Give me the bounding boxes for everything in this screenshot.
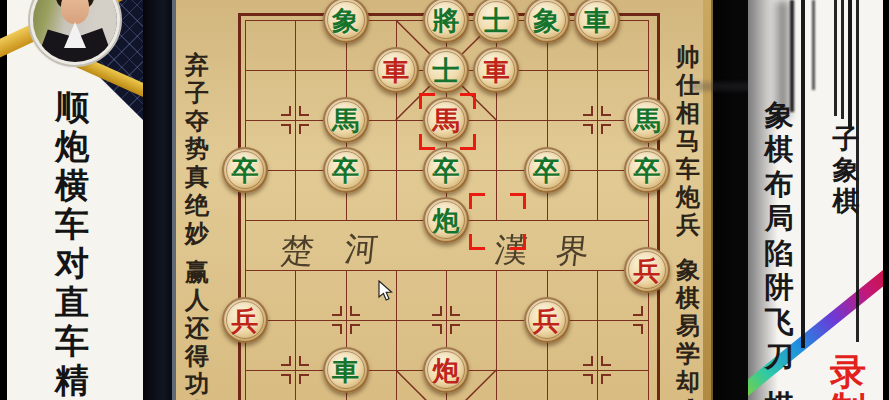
piece-象-f2r0[interactable]: 象 bbox=[323, 0, 369, 43]
selection-target bbox=[419, 134, 435, 150]
board-caption-left-1: 弃子夺势真绝妙 bbox=[180, 51, 214, 247]
piece-兵-f6r6[interactable]: 兵 bbox=[524, 297, 570, 343]
point-mark bbox=[350, 306, 360, 316]
board-caption-left-2-char: 赢 bbox=[180, 258, 214, 286]
point-mark bbox=[601, 374, 611, 384]
board-caption-right-2-char: 难 bbox=[671, 396, 705, 400]
point-mark bbox=[350, 324, 360, 334]
piece-炮-f4r4[interactable]: 炮 bbox=[423, 197, 469, 243]
right-banner-title-char: 象 bbox=[760, 98, 799, 133]
right-banner-subtitle-char: 棋 bbox=[828, 185, 865, 216]
right-banner-subtitle-char: 子 bbox=[828, 123, 865, 154]
piece-象-f6r0[interactable]: 象 bbox=[524, 0, 570, 43]
point-mark bbox=[299, 106, 309, 116]
right-banner-title-char: 刀 bbox=[760, 339, 799, 374]
board-caption-left-1-char: 夺 bbox=[180, 107, 214, 135]
point-mark bbox=[332, 324, 342, 334]
board-caption-left-2-char: 还 bbox=[180, 314, 214, 342]
right-banner-subtitle: 子象棋 bbox=[828, 123, 865, 216]
piece-兵-f8r5[interactable]: 兵 bbox=[624, 247, 670, 293]
right-banner-title-char: 阱 bbox=[760, 270, 799, 305]
point-mark bbox=[299, 374, 309, 384]
left-banner-title: 顺炮横车对直车精 bbox=[50, 88, 94, 400]
right-banner-title-char: 陷 bbox=[760, 236, 799, 271]
avatar-face bbox=[61, 0, 89, 24]
right-banner-title-char: 布 bbox=[760, 167, 799, 202]
board-caption-right-1-char: 炮 bbox=[671, 183, 705, 211]
point-mark bbox=[583, 106, 593, 116]
selection-origin bbox=[469, 234, 485, 250]
point-mark bbox=[450, 324, 460, 334]
board-caption-right-1: 帅仕相马车炮兵 bbox=[671, 43, 705, 239]
glitch-streak bbox=[834, 0, 837, 116]
board-caption-right-2-char: 却 bbox=[671, 368, 705, 396]
right-banner-red-label-char: 录 bbox=[825, 353, 871, 391]
glitch-streak bbox=[812, 0, 815, 90]
board-caption-right-1-char: 仕 bbox=[671, 71, 705, 99]
selection-target bbox=[460, 134, 476, 150]
piece-車-f2r7[interactable]: 車 bbox=[323, 347, 369, 393]
left-banner-title-char: 对 bbox=[50, 244, 94, 283]
board-right-shadow bbox=[711, 0, 748, 400]
right-banner-title-char: 局 bbox=[760, 201, 799, 236]
point-mark bbox=[332, 306, 342, 316]
glitch-streak bbox=[841, 0, 844, 119]
board-caption-left-1-char: 弃 bbox=[180, 51, 214, 79]
glitch-streak bbox=[790, 0, 794, 112]
piece-卒-f2r3[interactable]: 卒 bbox=[323, 147, 369, 193]
board-caption-right-1-char: 马 bbox=[671, 127, 705, 155]
board-caption-right-1-char: 兵 bbox=[671, 211, 705, 239]
point-mark bbox=[601, 106, 611, 116]
right-banner-partial-char: 棋 bbox=[759, 391, 799, 400]
board-caption-right-1-char: 相 bbox=[671, 99, 705, 127]
left-banner-title-char: 精 bbox=[50, 361, 94, 400]
point-mark bbox=[583, 374, 593, 384]
board-caption-right-2-char: 学 bbox=[671, 340, 705, 368]
piece-車-f5r1[interactable]: 車 bbox=[473, 47, 519, 93]
glitch-streak bbox=[848, 0, 852, 128]
board-caption-left-2: 赢人还得功夫 bbox=[180, 258, 214, 400]
board-caption-right-2-char: 象 bbox=[671, 256, 705, 284]
board-caption-right-1-char: 车 bbox=[671, 155, 705, 183]
board-caption-left-1-char: 势 bbox=[180, 135, 214, 163]
point-mark bbox=[450, 306, 460, 316]
left-banner-title-char: 车 bbox=[50, 205, 94, 244]
left-banner-title-char: 炮 bbox=[50, 127, 94, 166]
point-mark bbox=[601, 356, 611, 366]
point-mark bbox=[432, 306, 442, 316]
point-mark bbox=[281, 356, 291, 366]
selection-origin bbox=[510, 234, 526, 250]
point-mark bbox=[583, 124, 593, 134]
left-banner-title-char: 车 bbox=[50, 322, 94, 361]
point-mark bbox=[601, 124, 611, 134]
left-banner-title-char: 顺 bbox=[50, 88, 94, 127]
point-mark bbox=[633, 324, 643, 334]
right-banner-title-char: 飞 bbox=[760, 305, 799, 340]
selection-origin bbox=[469, 193, 485, 209]
board-caption-left-2-char: 人 bbox=[180, 286, 214, 314]
point-mark bbox=[583, 356, 593, 366]
point-mark bbox=[299, 356, 309, 366]
piece-士-f4r1[interactable]: 士 bbox=[423, 47, 469, 93]
river-text: 界 bbox=[554, 234, 590, 267]
piece-車-f7r0[interactable]: 車 bbox=[574, 0, 620, 43]
left-banner-title-char: 横 bbox=[50, 166, 94, 205]
piece-馬-f2r2[interactable]: 馬 bbox=[323, 97, 369, 143]
selection-origin bbox=[510, 193, 526, 209]
river-text: 楚 bbox=[279, 234, 315, 267]
right-banner-red-label: 录制 bbox=[825, 353, 871, 400]
selection-target bbox=[460, 93, 476, 109]
board-caption-left-1-char: 妙 bbox=[180, 219, 214, 247]
selection-target bbox=[419, 93, 435, 109]
board-caption-right-1-char: 帅 bbox=[671, 43, 705, 71]
right-banner-subtitle-char: 象 bbox=[828, 154, 865, 185]
point-mark bbox=[299, 124, 309, 134]
point-mark bbox=[432, 324, 442, 334]
board-caption-left-1-char: 子 bbox=[180, 79, 214, 107]
piece-卒-f8r3[interactable]: 卒 bbox=[624, 147, 670, 193]
right-banner-partial: 棋 bbox=[759, 391, 799, 400]
river-text: 河 bbox=[343, 232, 379, 265]
piece-馬-f8r2[interactable]: 馬 bbox=[624, 97, 670, 143]
board-caption-left-1-char: 真 bbox=[180, 163, 214, 191]
right-banner-title: 象棋布局陷阱飞刀 bbox=[760, 98, 799, 374]
left-banner-title-char: 直 bbox=[50, 283, 94, 322]
board-caption-right-2: 象棋易学却难 bbox=[671, 256, 705, 400]
piece-卒-f0r3[interactable]: 卒 bbox=[222, 147, 268, 193]
piece-炮-f4r7[interactable]: 炮 bbox=[423, 347, 469, 393]
board-caption-right-2-char: 易 bbox=[671, 312, 705, 340]
point-mark bbox=[281, 374, 291, 384]
board-caption-left-2-char: 得 bbox=[180, 342, 214, 370]
piece-卒-f4r3[interactable]: 卒 bbox=[423, 147, 469, 193]
piece-兵-f0r6[interactable]: 兵 bbox=[222, 297, 268, 343]
right-banner-title-char: 棋 bbox=[760, 132, 799, 167]
xiangqi-board-area: 楚河漢界象將士象車車士車馬馬馬卒卒卒卒卒炮兵兵兵車炮 bbox=[176, 0, 708, 400]
right-black-edge bbox=[883, 0, 889, 400]
glitch-streak bbox=[801, 0, 805, 348]
point-mark bbox=[281, 106, 291, 116]
board-caption-right-2-char: 棋 bbox=[671, 284, 705, 312]
board-caption-left-2-char: 功 bbox=[180, 370, 214, 398]
piece-卒-f6r3[interactable]: 卒 bbox=[524, 147, 570, 193]
point-mark bbox=[633, 306, 643, 316]
piece-車-f3r1[interactable]: 車 bbox=[373, 47, 419, 93]
point-mark bbox=[281, 124, 291, 134]
video-frame: 楚河漢界象將士象車車士車馬馬馬卒卒卒卒卒炮兵兵兵車炮 顺炮横车对直车精弃子夺势真… bbox=[0, 0, 889, 400]
board-caption-left-1-char: 绝 bbox=[180, 191, 214, 219]
mouse-cursor bbox=[378, 280, 394, 302]
right-banner-red-label-char: 制 bbox=[825, 391, 871, 400]
